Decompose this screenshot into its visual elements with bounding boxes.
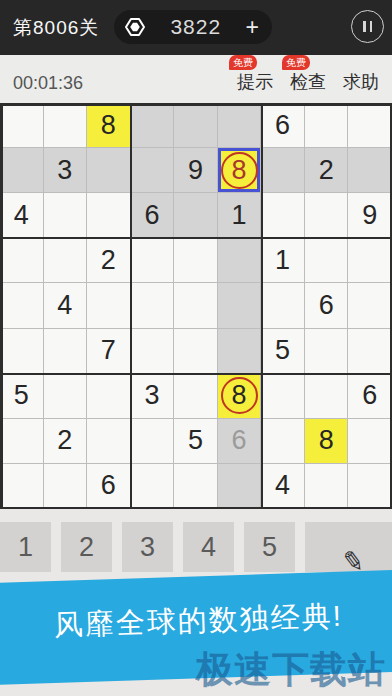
cell-digit: 2 — [319, 155, 334, 186]
coin-count: 3822 — [146, 15, 246, 39]
cell-r3c5[interactable] — [174, 193, 218, 238]
cell-r2c5[interactable]: 9 — [174, 148, 218, 193]
cell-r1c6[interactable] — [218, 103, 262, 148]
toolbar: 00:01:36 免费 提示 免费 检查 求助 — [0, 55, 392, 103]
cell-digit: 9 — [188, 155, 203, 186]
cell-r3c2[interactable] — [44, 193, 88, 238]
cell-r5c2[interactable]: 4 — [44, 283, 88, 328]
cell-r3c4[interactable]: 6 — [131, 193, 175, 238]
cell-r9c2[interactable] — [44, 464, 88, 509]
cell-digit: 3 — [144, 380, 159, 411]
check-label: 检查 — [290, 72, 326, 92]
cell-digit: 9 — [362, 200, 377, 231]
cell-r6c8[interactable] — [305, 329, 349, 374]
cell-r2c4[interactable] — [131, 148, 175, 193]
cell-r8c1[interactable] — [0, 419, 44, 464]
cell-r9c5[interactable] — [174, 464, 218, 509]
cell-r2c1[interactable] — [0, 148, 44, 193]
cell-r1c9[interactable] — [348, 103, 392, 148]
cell-r1c2[interactable] — [44, 103, 88, 148]
conflict-circle: 8 — [221, 152, 258, 189]
numpad-key-1[interactable]: 1 — [0, 522, 51, 572]
cell-r1c8[interactable] — [305, 103, 349, 148]
cell-r4c6[interactable] — [218, 238, 262, 283]
cell-r5c5[interactable] — [174, 283, 218, 328]
cell-r8c6[interactable]: 6 — [218, 419, 262, 464]
check-button[interactable]: 免费 检查 — [290, 70, 326, 94]
cell-r7c3[interactable] — [87, 374, 131, 419]
cell-r6c7[interactable]: 5 — [261, 329, 305, 374]
cell-r6c3[interactable]: 7 — [87, 329, 131, 374]
cell-digit: 3 — [57, 155, 72, 186]
help-button[interactable]: 求助 — [343, 70, 379, 94]
cell-digit: 6 — [275, 110, 290, 141]
coin-counter: 3822 + — [114, 10, 272, 44]
level-label: 第8006关 — [13, 15, 99, 41]
timer-label: 00:01:36 — [13, 73, 83, 94]
cell-r3c1[interactable]: 4 — [0, 193, 44, 238]
cell-digit: 4 — [57, 290, 72, 321]
cell-r3c7[interactable] — [261, 193, 305, 238]
cell-r9c6[interactable] — [218, 464, 262, 509]
cell-r8c9[interactable] — [348, 419, 392, 464]
help-label: 求助 — [343, 72, 379, 92]
cell-r6c1[interactable] — [0, 329, 44, 374]
cell-r5c1[interactable] — [0, 283, 44, 328]
cell-digit: 1 — [275, 245, 290, 276]
cell-digit: 7 — [101, 335, 116, 366]
cell-r8c8[interactable]: 8 — [305, 419, 349, 464]
cell-r2c3[interactable] — [87, 148, 131, 193]
cell-digit: 6 — [362, 380, 377, 411]
cell-r8c7[interactable] — [261, 419, 305, 464]
cell-r1c7[interactable]: 6 — [261, 103, 305, 148]
cell-r3c6[interactable]: 1 — [218, 193, 262, 238]
cell-r9c4[interactable] — [131, 464, 175, 509]
cell-digit: 6 — [232, 425, 247, 456]
cell-r8c3[interactable] — [87, 419, 131, 464]
cell-r2c9[interactable] — [348, 148, 392, 193]
cell-r4c1[interactable] — [0, 238, 44, 283]
cell-r6c6[interactable] — [218, 329, 262, 374]
cell-r4c2[interactable] — [44, 238, 88, 283]
cell-r3c3[interactable] — [87, 193, 131, 238]
ad-headline: 风靡全球的数独经典! — [53, 597, 344, 658]
cell-r8c5[interactable]: 5 — [174, 419, 218, 464]
cell-r5c7[interactable] — [261, 283, 305, 328]
cell-digit: 4 — [14, 200, 29, 231]
cell-r5c8[interactable]: 6 — [305, 283, 349, 328]
numpad-key-3[interactable]: 3 — [122, 522, 173, 572]
numpad-key-5[interactable]: 5 — [244, 522, 295, 572]
cell-digit: 6 — [319, 290, 334, 321]
sudoku-app-screen: 第8006关 3822 + 00:01:36 免费 提示 免费 检查 — [0, 0, 392, 696]
cell-r8c2[interactable]: 2 — [44, 419, 88, 464]
cell-r7c5[interactable] — [174, 374, 218, 419]
cell-digit: 8 — [101, 110, 116, 141]
cell-r7c4[interactable]: 3 — [131, 374, 175, 419]
cell-r6c5[interactable] — [174, 329, 218, 374]
cell-digit: 8 — [319, 425, 334, 456]
cell-r4c9[interactable] — [348, 238, 392, 283]
cell-digit: 5 — [14, 380, 29, 411]
cell-r4c8[interactable] — [305, 238, 349, 283]
tool-buttons: 免费 提示 免费 检查 求助 — [237, 70, 379, 94]
cell-r9c8[interactable] — [305, 464, 349, 509]
free-badge: 免费 — [229, 55, 257, 70]
cell-r1c3[interactable]: 8 — [87, 103, 131, 148]
cell-r5c6[interactable] — [218, 283, 262, 328]
ad-banner[interactable]: 风靡全球的数独经典! — [0, 570, 392, 685]
cell-r6c2[interactable] — [44, 329, 88, 374]
cell-digit: 8 — [232, 380, 247, 411]
top-bar: 第8006关 3822 + — [0, 0, 392, 55]
cell-r5c9[interactable] — [348, 283, 392, 328]
cell-r5c4[interactable] — [131, 283, 175, 328]
cell-r4c5[interactable] — [174, 238, 218, 283]
cell-r9c7[interactable]: 4 — [261, 464, 305, 509]
cell-r6c9[interactable] — [348, 329, 392, 374]
cell-r9c3[interactable]: 6 — [87, 464, 131, 509]
cell-r9c9[interactable] — [348, 464, 392, 509]
cell-digit: 4 — [275, 470, 290, 501]
cell-digit: 1 — [232, 200, 247, 231]
cell-r3c8[interactable] — [305, 193, 349, 238]
hint-label: 提示 — [237, 72, 273, 92]
cell-r7c6[interactable]: 8 — [218, 374, 262, 419]
cell-digit: 5 — [188, 425, 203, 456]
cell-r5c3[interactable] — [87, 283, 131, 328]
cell-r1c4[interactable] — [131, 103, 175, 148]
sudoku-board: 86398246192146755386256864 — [0, 103, 392, 509]
cell-r7c1[interactable]: 5 — [0, 374, 44, 419]
cell-r9c1[interactable] — [0, 464, 44, 509]
numpad-key-4[interactable]: 4 — [183, 522, 234, 572]
hint-button[interactable]: 免费 提示 — [237, 70, 273, 94]
gem-icon — [124, 16, 146, 38]
cell-r4c7[interactable]: 1 — [261, 238, 305, 283]
cell-r7c2[interactable] — [44, 374, 88, 419]
cell-r2c7[interactable] — [261, 148, 305, 193]
cell-r6c4[interactable] — [131, 329, 175, 374]
cell-r4c4[interactable] — [131, 238, 175, 283]
numpad-key-2[interactable]: 2 — [61, 522, 112, 572]
cell-r2c2[interactable]: 3 — [44, 148, 88, 193]
add-coins-button[interactable]: + — [246, 16, 259, 39]
pause-button[interactable] — [351, 10, 384, 43]
cell-digit: 2 — [57, 425, 72, 456]
pause-icon — [370, 21, 373, 32]
cell-r2c8[interactable]: 2 — [305, 148, 349, 193]
conflict-circle: 8 — [221, 377, 258, 414]
cell-r4c3[interactable]: 2 — [87, 238, 131, 283]
cell-digit: 6 — [101, 470, 116, 501]
pause-icon — [363, 21, 366, 32]
cell-r7c7[interactable] — [261, 374, 305, 419]
cell-digit: 5 — [275, 335, 290, 366]
cell-r1c1[interactable] — [0, 103, 44, 148]
cell-r3c9[interactable]: 9 — [348, 193, 392, 238]
cell-r7c9[interactable]: 6 — [348, 374, 392, 419]
cell-digit: 8 — [232, 155, 247, 186]
cell-digit: 2 — [101, 245, 116, 276]
cell-r7c8[interactable] — [305, 374, 349, 419]
free-badge: 免费 — [282, 55, 310, 70]
number-pad-row: 12345 — [0, 522, 392, 572]
cell-r8c4[interactable] — [131, 419, 175, 464]
cell-r2c6[interactable]: 8 — [218, 148, 262, 193]
cell-r1c5[interactable] — [174, 103, 218, 148]
cell-digit: 6 — [144, 200, 159, 231]
